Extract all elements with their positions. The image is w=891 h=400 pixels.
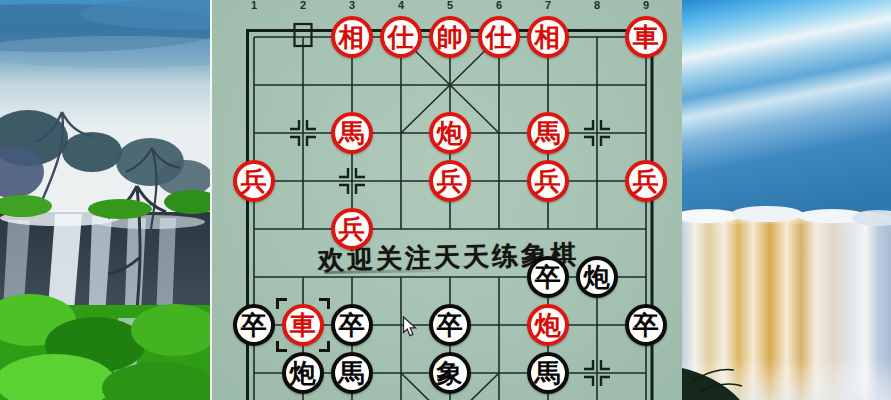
piece-red-f7r3[interactable]: 馬 (527, 112, 569, 154)
piece-black-f8r6[interactable]: 炮 (576, 256, 618, 298)
piece-red-f5r4[interactable]: 兵 (429, 160, 471, 202)
piece-red-f3r3[interactable]: 馬 (331, 112, 373, 154)
selection-bracket (319, 341, 330, 352)
piece-black-f7r8[interactable]: 馬 (527, 352, 569, 394)
piece-red-f4r1[interactable]: 仕 (380, 16, 422, 58)
piece-red-f5r3[interactable]: 炮 (429, 112, 471, 154)
piece-black-f5r8[interactable]: 象 (429, 352, 471, 394)
right-waterfall-background (682, 0, 891, 400)
piece-black-f9r7[interactable]: 卒 (625, 304, 667, 346)
piece-red-f6r1[interactable]: 仕 (478, 16, 520, 58)
right-scene-art (682, 0, 891, 400)
piece-layer: 相仕帥仕相車馬炮馬兵兵兵兵兵卒炮卒車卒卒炮卒炮馬象馬 (229, 13, 670, 397)
selection-bracket (276, 341, 287, 352)
piece-black-f3r8[interactable]: 馬 (331, 352, 373, 394)
piece-black-f3r7[interactable]: 卒 (331, 304, 373, 346)
piece-black-f2r8[interactable]: 炮 (282, 352, 324, 394)
piece-black-f7r6[interactable]: 卒 (527, 256, 569, 298)
piece-red-f7r4[interactable]: 兵 (527, 160, 569, 202)
piece-black-f1r7[interactable]: 卒 (233, 304, 275, 346)
left-waterfall-background (0, 0, 210, 400)
piece-red-f9r1[interactable]: 車 (625, 16, 667, 58)
left-scene-art (0, 0, 210, 400)
piece-red-f9r4[interactable]: 兵 (625, 160, 667, 202)
xiangqi-board: 123456789 欢迎关注天天练象棋 相仕帥仕相車馬炮馬兵兵兵兵兵卒炮卒車卒卒… (210, 0, 682, 400)
piece-red-f7r1[interactable]: 相 (527, 16, 569, 58)
piece-black-f5r7[interactable]: 卒 (429, 304, 471, 346)
piece-red-f3r1[interactable]: 相 (331, 16, 373, 58)
piece-red-f3r5[interactable]: 兵 (331, 208, 373, 250)
piece-red-f1r4[interactable]: 兵 (233, 160, 275, 202)
piece-red-f7r7[interactable]: 炮 (527, 304, 569, 346)
selection-bracket (319, 298, 330, 309)
mouse-cursor-icon (402, 316, 419, 343)
piece-red-f2r7[interactable]: 車 (282, 304, 324, 346)
piece-red-f5r1[interactable]: 帥 (429, 16, 471, 58)
screenshot-root: { "game": "xiangqi", "app_context": "xia… (0, 0, 891, 400)
selection-bracket (276, 298, 287, 309)
